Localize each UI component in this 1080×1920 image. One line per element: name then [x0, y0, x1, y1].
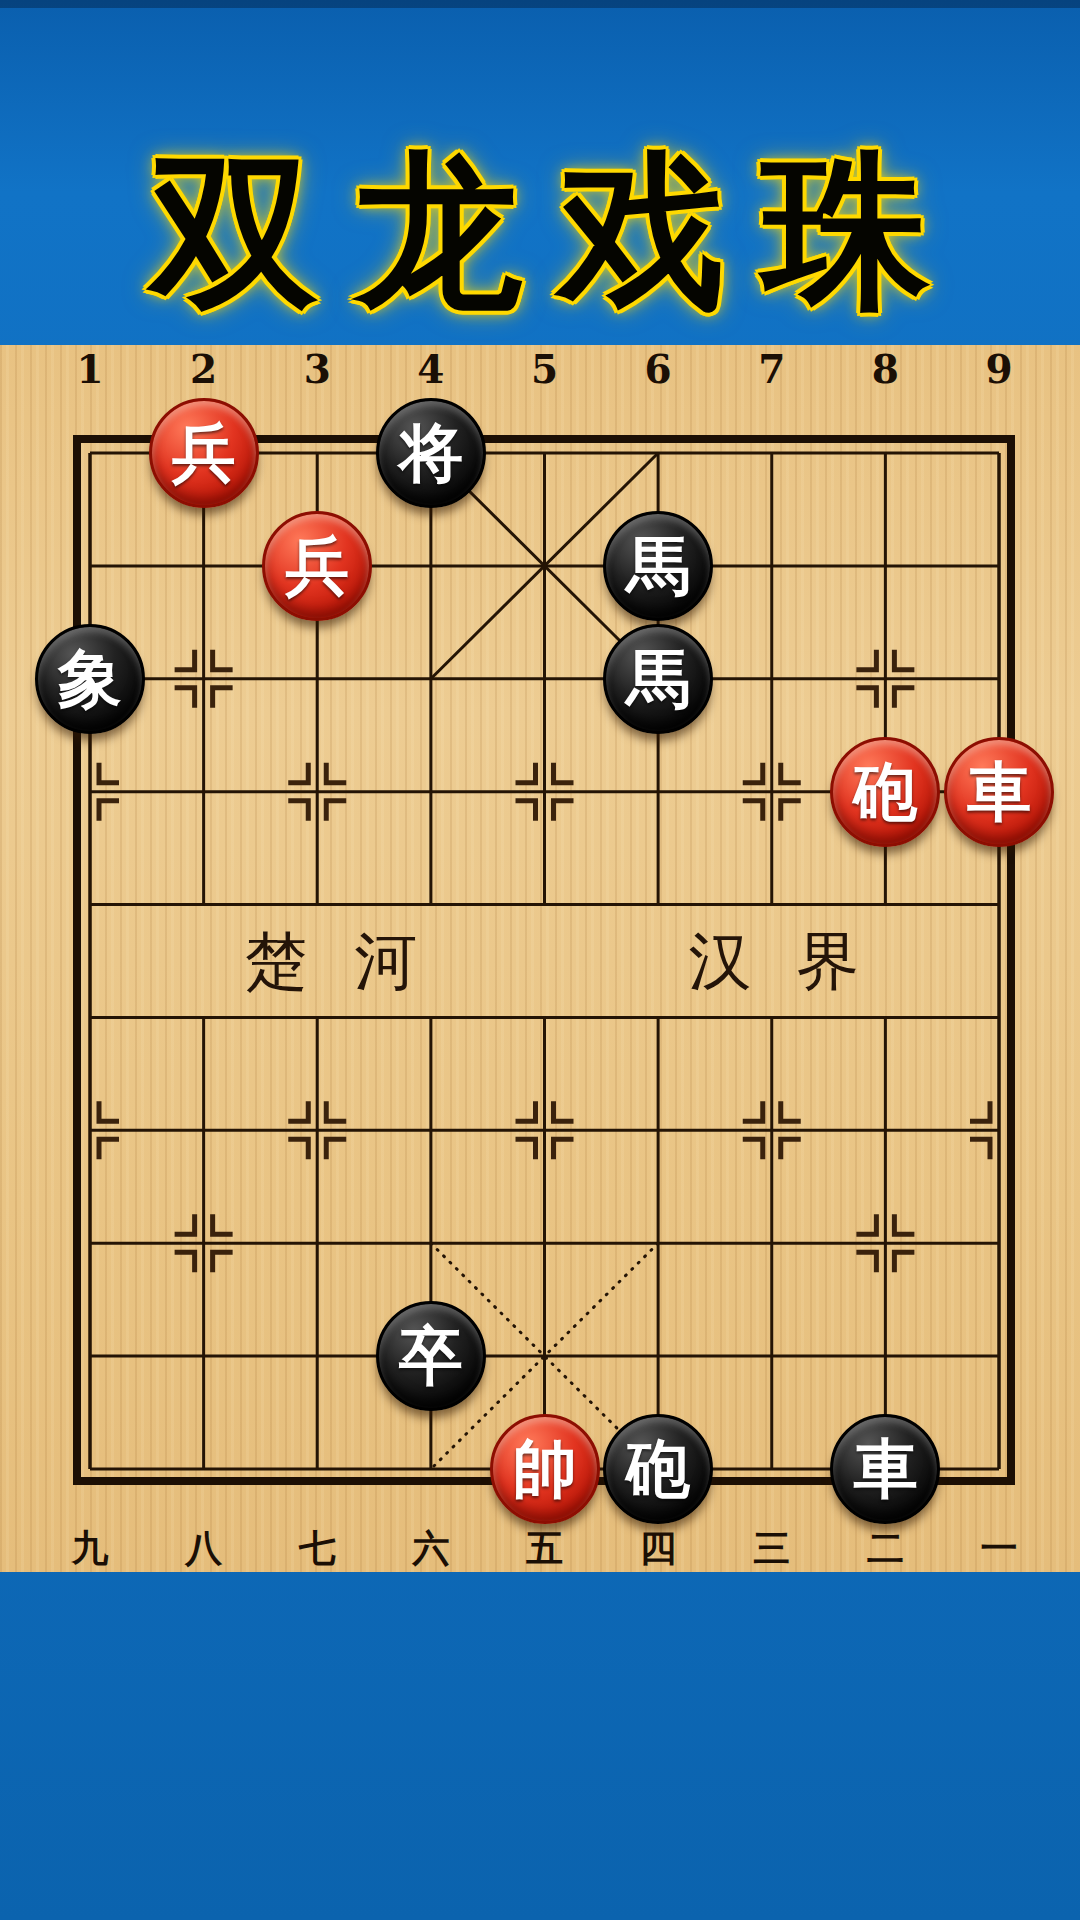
piece-glyph: 兵 [285, 534, 349, 598]
black-chariot[interactable]: 車 [830, 1414, 940, 1524]
red-chariot[interactable]: 車 [944, 737, 1054, 847]
red-soldier-a[interactable]: 兵 [149, 398, 259, 508]
black-horse-a[interactable]: 馬 [603, 511, 713, 621]
piece-glyph: 馬 [626, 647, 690, 711]
file-label-top-8: 8 [840, 348, 930, 390]
screen-top-shade [0, 0, 1080, 8]
file-label-bottom-9: 一 [954, 1526, 1044, 1570]
file-label-top-7: 7 [727, 348, 817, 390]
piece-glyph: 車 [853, 1437, 917, 1501]
file-label-top-2: 2 [159, 348, 249, 390]
river-character: 楚 [245, 925, 308, 998]
piece-glyph: 砲 [626, 1437, 690, 1501]
page-title: 双龙戏珠 [0, 128, 1080, 333]
river-labels: 楚河汉界 [245, 925, 860, 998]
red-soldier-b[interactable]: 兵 [262, 511, 372, 621]
file-label-top-1: 1 [45, 348, 135, 390]
file-label-bottom-6: 四 [613, 1526, 703, 1570]
red-cannon[interactable]: 砲 [830, 737, 940, 847]
board-grid [77, 439, 1011, 1481]
file-label-bottom-5: 五 [500, 1526, 590, 1570]
piece-glyph: 卒 [399, 1324, 463, 1388]
file-label-top-3: 3 [272, 348, 362, 390]
black-horse-b[interactable]: 馬 [603, 624, 713, 734]
board-panel: 楚河汉界 123456789 九八七六五四三二一 [0, 345, 1080, 1572]
xiangqi-board[interactable]: 楚河汉界 [0, 345, 1080, 1572]
piece-glyph: 兵 [172, 421, 236, 485]
file-label-bottom-2: 八 [159, 1526, 249, 1570]
file-label-top-6: 6 [613, 348, 703, 390]
file-label-bottom-7: 三 [727, 1526, 817, 1570]
piece-glyph: 車 [967, 760, 1031, 824]
river-character: 河 [355, 925, 418, 998]
red-general[interactable]: 帥 [490, 1414, 600, 1524]
black-soldier[interactable]: 卒 [376, 1301, 486, 1411]
file-label-bottom-1: 九 [45, 1526, 135, 1570]
river-character: 界 [797, 925, 860, 998]
file-label-top-9: 9 [954, 348, 1044, 390]
piece-glyph: 馬 [626, 534, 690, 598]
black-elephant[interactable]: 象 [35, 624, 145, 734]
file-label-bottom-3: 七 [272, 1526, 362, 1570]
file-label-top-5: 5 [500, 348, 590, 390]
piece-glyph: 帥 [513, 1437, 577, 1501]
xiangqi-app-screen: { "game": "xiangqi", "title": { "text": … [0, 0, 1080, 1920]
river-character: 汉 [689, 925, 752, 998]
file-label-bottom-8: 二 [840, 1526, 930, 1570]
black-general[interactable]: 将 [376, 398, 486, 508]
piece-glyph: 砲 [853, 760, 917, 824]
piece-glyph: 象 [58, 647, 122, 711]
black-cannon[interactable]: 砲 [603, 1414, 713, 1524]
piece-glyph: 将 [399, 421, 463, 485]
file-label-top-4: 4 [386, 348, 476, 390]
file-label-bottom-4: 六 [386, 1526, 476, 1570]
